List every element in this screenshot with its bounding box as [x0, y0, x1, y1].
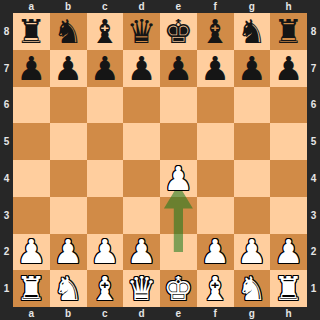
- square-a5[interactable]: [13, 123, 50, 160]
- square-c7[interactable]: ♟: [87, 50, 124, 87]
- square-b1[interactable]: ♞: [50, 270, 87, 307]
- square-g7[interactable]: ♟: [234, 50, 271, 87]
- piece-black-rook[interactable]: ♜: [274, 15, 304, 48]
- square-b3[interactable]: [50, 197, 87, 234]
- file-label-c: c: [87, 307, 124, 320]
- piece-black-knight[interactable]: ♞: [237, 15, 267, 48]
- square-g8[interactable]: ♞: [234, 13, 271, 50]
- piece-white-rook[interactable]: ♜: [274, 272, 304, 305]
- square-a4[interactable]: [13, 160, 50, 197]
- file-label-a: a: [13, 307, 50, 320]
- piece-white-rook[interactable]: ♜: [17, 272, 47, 305]
- file-label-d: d: [123, 307, 160, 320]
- piece-white-bishop[interactable]: ♝: [90, 272, 120, 305]
- square-a1[interactable]: ♜: [13, 270, 50, 307]
- square-e2[interactable]: [160, 234, 197, 271]
- piece-white-pawn[interactable]: ♟: [17, 235, 47, 268]
- square-h3[interactable]: [270, 197, 307, 234]
- rank-label-1: 1: [0, 270, 13, 307]
- piece-white-pawn[interactable]: ♟: [164, 162, 194, 195]
- rank-label-4: 4: [0, 160, 13, 197]
- square-e4[interactable]: ♟: [160, 160, 197, 197]
- piece-black-pawn[interactable]: ♟: [164, 52, 194, 85]
- square-g5[interactable]: [234, 123, 271, 160]
- piece-black-pawn[interactable]: ♟: [127, 52, 157, 85]
- square-c2[interactable]: ♟: [87, 234, 124, 271]
- rank-labels-left: 87654321: [0, 13, 13, 307]
- square-g3[interactable]: [234, 197, 271, 234]
- rank-label-7: 7: [0, 50, 13, 87]
- piece-black-pawn[interactable]: ♟: [237, 52, 267, 85]
- piece-black-pawn[interactable]: ♟: [200, 52, 230, 85]
- rank-label-5: 5: [307, 123, 320, 160]
- square-f4[interactable]: [197, 160, 234, 197]
- piece-white-knight[interactable]: ♞: [53, 272, 83, 305]
- piece-black-pawn[interactable]: ♟: [17, 52, 47, 85]
- square-h7[interactable]: ♟: [270, 50, 307, 87]
- square-f6[interactable]: [197, 87, 234, 124]
- square-c4[interactable]: [87, 160, 124, 197]
- square-a8[interactable]: ♜: [13, 13, 50, 50]
- square-f1[interactable]: ♝: [197, 270, 234, 307]
- piece-black-pawn[interactable]: ♟: [53, 52, 83, 85]
- file-label-h: h: [270, 307, 307, 320]
- file-label-e: e: [160, 307, 197, 320]
- piece-black-pawn[interactable]: ♟: [90, 52, 120, 85]
- square-d5[interactable]: [123, 123, 160, 160]
- file-labels-bottom: abcdefgh: [13, 307, 307, 320]
- square-e1[interactable]: ♚: [160, 270, 197, 307]
- square-h4[interactable]: [270, 160, 307, 197]
- piece-white-pawn[interactable]: ♟: [53, 235, 83, 268]
- square-h2[interactable]: ♟: [270, 234, 307, 271]
- piece-white-pawn[interactable]: ♟: [237, 235, 267, 268]
- square-h8[interactable]: ♜: [270, 13, 307, 50]
- square-a6[interactable]: [13, 87, 50, 124]
- square-g1[interactable]: ♞: [234, 270, 271, 307]
- rank-label-2: 2: [307, 234, 320, 271]
- piece-white-bishop[interactable]: ♝: [200, 272, 230, 305]
- square-g2[interactable]: ♟: [234, 234, 271, 271]
- square-d7[interactable]: ♟: [123, 50, 160, 87]
- square-f2[interactable]: ♟: [197, 234, 234, 271]
- piece-black-rook[interactable]: ♜: [17, 15, 47, 48]
- square-a2[interactable]: ♟: [13, 234, 50, 271]
- rank-label-7: 7: [307, 50, 320, 87]
- piece-black-queen[interactable]: ♛: [127, 15, 157, 48]
- rank-label-8: 8: [0, 13, 13, 50]
- square-c8[interactable]: ♝: [87, 13, 124, 50]
- square-h5[interactable]: [270, 123, 307, 160]
- square-f8[interactable]: ♝: [197, 13, 234, 50]
- square-b7[interactable]: ♟: [50, 50, 87, 87]
- rank-label-3: 3: [307, 197, 320, 234]
- piece-white-pawn[interactable]: ♟: [90, 235, 120, 268]
- square-b2[interactable]: ♟: [50, 234, 87, 271]
- rank-label-3: 3: [0, 197, 13, 234]
- rank-label-1: 1: [307, 270, 320, 307]
- square-f7[interactable]: ♟: [197, 50, 234, 87]
- rank-label-8: 8: [307, 13, 320, 50]
- square-f3[interactable]: [197, 197, 234, 234]
- square-c6[interactable]: [87, 87, 124, 124]
- square-e5[interactable]: [160, 123, 197, 160]
- board-frame: abcdefgh abcdefgh 87654321 87654321 ♜♞♝♛…: [0, 0, 320, 320]
- file-label-f: f: [197, 307, 234, 320]
- square-e6[interactable]: [160, 87, 197, 124]
- rank-label-5: 5: [0, 123, 13, 160]
- rank-label-6: 6: [0, 87, 13, 124]
- piece-black-king[interactable]: ♚: [164, 15, 194, 48]
- square-a7[interactable]: ♟: [13, 50, 50, 87]
- square-b4[interactable]: [50, 160, 87, 197]
- square-d2[interactable]: ♟: [123, 234, 160, 271]
- file-label-b: b: [50, 307, 87, 320]
- piece-black-bishop[interactable]: ♝: [200, 15, 230, 48]
- square-b5[interactable]: [50, 123, 87, 160]
- rank-label-6: 6: [307, 87, 320, 124]
- square-e3[interactable]: [160, 197, 197, 234]
- square-d3[interactable]: [123, 197, 160, 234]
- piece-white-pawn[interactable]: ♟: [127, 235, 157, 268]
- square-g4[interactable]: [234, 160, 271, 197]
- square-h6[interactable]: [270, 87, 307, 124]
- square-g6[interactable]: [234, 87, 271, 124]
- square-a3[interactable]: [13, 197, 50, 234]
- square-c5[interactable]: [87, 123, 124, 160]
- square-c1[interactable]: ♝: [87, 270, 124, 307]
- rank-label-2: 2: [0, 234, 13, 271]
- piece-black-pawn[interactable]: ♟: [274, 52, 304, 85]
- square-d1[interactable]: ♛: [123, 270, 160, 307]
- piece-white-king[interactable]: ♚: [164, 272, 194, 305]
- square-f5[interactable]: [197, 123, 234, 160]
- square-b6[interactable]: [50, 87, 87, 124]
- square-e8[interactable]: ♚: [160, 13, 197, 50]
- rank-label-4: 4: [307, 160, 320, 197]
- square-d6[interactable]: [123, 87, 160, 124]
- piece-white-pawn[interactable]: ♟: [274, 235, 304, 268]
- piece-white-knight[interactable]: ♞: [237, 272, 267, 305]
- piece-white-pawn[interactable]: ♟: [200, 235, 230, 268]
- chess-board: ♜♞♝♛♚♝♞♜♟♟♟♟♟♟♟♟♟♟♟♟♟♟♟♟♜♞♝♛♚♝♞♜: [13, 13, 307, 307]
- piece-black-knight[interactable]: ♞: [53, 15, 83, 48]
- square-e7[interactable]: ♟: [160, 50, 197, 87]
- piece-white-queen[interactable]: ♛: [127, 272, 157, 305]
- piece-black-bishop[interactable]: ♝: [90, 15, 120, 48]
- rank-labels-right: 87654321: [307, 13, 320, 307]
- square-b8[interactable]: ♞: [50, 13, 87, 50]
- file-label-g: g: [234, 307, 271, 320]
- square-c3[interactable]: [87, 197, 124, 234]
- square-d8[interactable]: ♛: [123, 13, 160, 50]
- square-d4[interactable]: [123, 160, 160, 197]
- square-h1[interactable]: ♜: [270, 270, 307, 307]
